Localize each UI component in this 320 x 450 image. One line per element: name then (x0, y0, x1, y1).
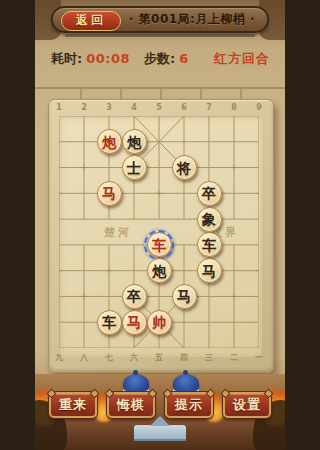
bridge-decoration (134, 425, 186, 439)
stats-row: 耗时: 00:08 步数: 6 红方回合 (51, 50, 270, 68)
piece-black-horse[interactable]: 马 (197, 258, 222, 283)
time-value: 00:08 (86, 51, 130, 66)
piece-black-advisor[interactable]: 士 (122, 155, 147, 180)
page-title: · 第001局:月上柳梢 · (125, 8, 259, 31)
roofline-decoration (65, 34, 255, 37)
restart-button[interactable]: 重来 (49, 392, 97, 418)
wall-post (200, 89, 202, 99)
wall-post (80, 89, 82, 99)
piece-black-general[interactable]: 将 (172, 155, 197, 180)
blue-tent-decoration (173, 374, 199, 394)
piece-black-chariot[interactable]: 车 (197, 232, 222, 257)
back-button[interactable]: 返回 (61, 11, 121, 31)
piece-red-general[interactable]: 帅 (147, 310, 172, 335)
wall-post (120, 89, 122, 99)
piece-red-horse[interactable]: 马 (97, 181, 122, 206)
wall-post (160, 89, 162, 99)
footer-button-row: 重来 悔棋 提示 设置 (49, 392, 271, 418)
piece-black-cannon[interactable]: 炮 (147, 258, 172, 283)
piece-black-cannon[interactable]: 炮 (122, 129, 147, 154)
piece-black-soldier[interactable]: 卒 (122, 284, 147, 309)
piece-black-horse[interactable]: 马 (172, 284, 197, 309)
piece-red-cannon[interactable]: 炮 (97, 129, 122, 154)
piece-black-elephant[interactable]: 象 (197, 207, 222, 232)
settings-button[interactable]: 设置 (223, 392, 271, 418)
piece-black-chariot[interactable]: 车 (97, 310, 122, 335)
steps-label: 步数: (144, 50, 175, 68)
pieces-layer: 炮炮士将马卒象车车炮马卒马车马帅 (47, 103, 272, 361)
xiangqi-app-screen: 返回 · 第001局:月上柳梢 · 耗时: 00:08 步数: 6 红方回合 1… (35, 0, 285, 450)
steps-value: 6 (179, 51, 189, 66)
turn-indicator: 红方回合 (214, 50, 270, 68)
hint-button[interactable]: 提示 (165, 392, 213, 418)
piece-red-horse[interactable]: 马 (122, 310, 147, 335)
time-label: 耗时: (51, 50, 82, 68)
wall-post (240, 89, 242, 99)
undo-move-button[interactable]: 悔棋 (107, 392, 155, 418)
header-banner: 返回 · 第001局:月上柳梢 · (51, 6, 269, 33)
blue-tent-decoration (123, 374, 149, 394)
piece-red-chariot[interactable]: 车 (147, 232, 172, 257)
piece-black-soldier[interactable]: 卒 (197, 181, 222, 206)
